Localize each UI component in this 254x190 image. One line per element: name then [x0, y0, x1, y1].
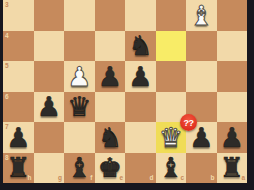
square-h4[interactable]: 4	[3, 31, 34, 62]
square-b3[interactable]: ♝	[186, 0, 217, 31]
square-b8[interactable]: b	[186, 153, 217, 184]
rank-label-5: 5	[5, 63, 9, 70]
square-a3[interactable]	[217, 0, 248, 31]
square-a7[interactable]: ♟	[217, 122, 248, 153]
square-e7[interactable]: ♞	[95, 122, 126, 153]
square-d8[interactable]: d	[125, 153, 156, 184]
square-e8[interactable]: e♚	[95, 153, 126, 184]
square-d5[interactable]: ♟	[125, 61, 156, 92]
black-bishop[interactable]: ♝	[64, 153, 95, 184]
square-g4[interactable]	[34, 31, 65, 62]
square-a8[interactable]: a♜	[217, 153, 248, 184]
square-e4[interactable]	[95, 31, 126, 62]
square-h7[interactable]: 7♟	[3, 122, 34, 153]
black-pawn[interactable]: ♟	[125, 61, 156, 92]
black-queen[interactable]: ♛	[64, 92, 95, 123]
black-bishop[interactable]: ♝	[156, 153, 187, 184]
square-g3[interactable]	[34, 0, 65, 31]
black-knight[interactable]: ♞	[95, 122, 126, 153]
square-f4[interactable]	[64, 31, 95, 62]
square-b4[interactable]	[186, 31, 217, 62]
square-g6[interactable]: ♟	[34, 92, 65, 123]
black-rook[interactable]: ♜	[217, 153, 248, 184]
rank-label-3: 3	[5, 2, 9, 9]
black-pawn[interactable]: ♟	[95, 61, 126, 92]
square-c4[interactable]	[156, 31, 187, 62]
square-f5[interactable]: ♟	[64, 61, 95, 92]
file-label-g: g	[58, 175, 62, 182]
square-g8[interactable]: g	[34, 153, 65, 184]
square-b5[interactable]	[186, 61, 217, 92]
square-c8[interactable]: c♝	[156, 153, 187, 184]
square-a5[interactable]	[217, 61, 248, 92]
square-h3[interactable]: 3	[3, 0, 34, 31]
square-d6[interactable]	[125, 92, 156, 123]
square-g7[interactable]	[34, 122, 65, 153]
square-f3[interactable]	[64, 0, 95, 31]
square-f7[interactable]	[64, 122, 95, 153]
white-bishop[interactable]: ♝	[186, 0, 217, 31]
file-label-b: b	[211, 175, 215, 182]
chess-board: 3♝4♞5♟♟♟6♟♛7♟♞♛♟♟8h♜gf♝e♚dc♝ba♜	[3, 0, 247, 183]
square-f8[interactable]: f♝	[64, 153, 95, 184]
square-g5[interactable]	[34, 61, 65, 92]
rank-label-6: 6	[5, 94, 9, 101]
rank-label-4: 4	[5, 33, 9, 40]
square-h8[interactable]: 8h♜	[3, 153, 34, 184]
square-h6[interactable]: 6	[3, 92, 34, 123]
blunder-badge: ??	[180, 114, 197, 131]
black-knight[interactable]: ♞	[125, 31, 156, 62]
square-e3[interactable]	[95, 0, 126, 31]
square-e6[interactable]	[95, 92, 126, 123]
square-c3[interactable]	[156, 0, 187, 31]
square-e5[interactable]: ♟	[95, 61, 126, 92]
square-d4[interactable]: ♞	[125, 31, 156, 62]
square-d3[interactable]	[125, 0, 156, 31]
square-c5[interactable]	[156, 61, 187, 92]
black-rook[interactable]: ♜	[3, 153, 34, 184]
black-pawn[interactable]: ♟	[3, 122, 34, 153]
square-h5[interactable]: 5	[3, 61, 34, 92]
square-d7[interactable]	[125, 122, 156, 153]
file-label-d: d	[150, 175, 154, 182]
black-pawn[interactable]: ♟	[217, 122, 248, 153]
square-a4[interactable]	[217, 31, 248, 62]
black-pawn[interactable]: ♟	[34, 92, 65, 123]
white-pawn[interactable]: ♟	[64, 61, 95, 92]
square-a6[interactable]	[217, 92, 248, 123]
black-king[interactable]: ♚	[95, 153, 126, 184]
square-f6[interactable]: ♛	[64, 92, 95, 123]
chess-analysis-screenshot: { "game": "chess", "view": { "orientatio…	[0, 0, 254, 190]
